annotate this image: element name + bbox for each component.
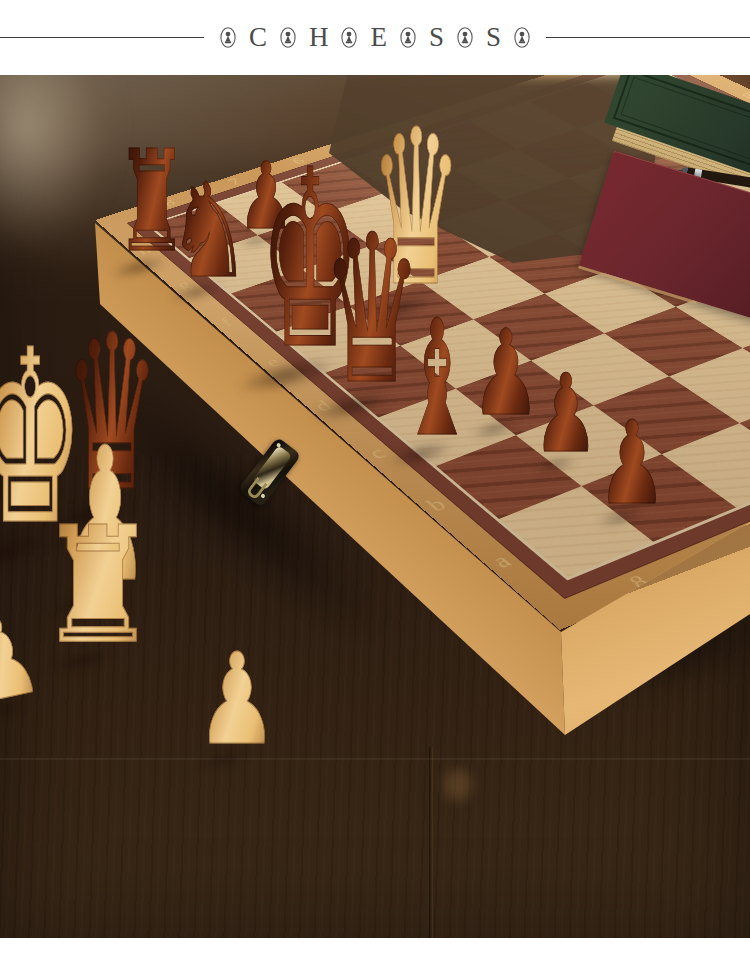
white-pawn-table: ♟: [196, 637, 278, 763]
rank-label: 8: [624, 572, 655, 593]
rank-label: 8: [160, 197, 178, 208]
white-pawn-fallen: ♟: [0, 598, 48, 720]
file-label: f: [216, 315, 235, 328]
pawn-in-oval-icon: [220, 27, 236, 48]
white-rook-offboard: ♜: [37, 506, 159, 666]
title-letter: S: [486, 24, 501, 51]
rank-label: 4: [412, 116, 431, 125]
header-rule-left: [0, 37, 204, 38]
file-label: h: [133, 244, 154, 257]
white-rook-offboard-shadow: [31, 638, 133, 685]
rank-label: 6: [289, 156, 308, 166]
pawn-in-oval-icon: [280, 27, 296, 48]
white-king-offboard-shadow: [0, 515, 83, 586]
rank-label: 2: [530, 78, 550, 87]
file-label: d: [309, 397, 335, 414]
pawn-in-oval-icon: [514, 27, 530, 48]
product-photo: hhggffeeddccbbaa8877665544332211 ♟♜♞♛♚♛♟…: [0, 75, 750, 938]
pawn-in-oval-icon: [341, 27, 357, 48]
pawn-in-oval-icon: [457, 27, 473, 48]
file-label: c: [363, 444, 389, 462]
title-letter: E: [370, 24, 387, 51]
table-plank-edge: [0, 758, 750, 760]
table-wood-knot: [444, 769, 472, 801]
background-blur-left: [0, 75, 135, 288]
rank-label: 7: [225, 176, 244, 186]
rank-label: 3: [472, 97, 492, 106]
pawn-in-oval-icon: [400, 27, 416, 48]
white-pawn-offboard-shadow: [27, 575, 145, 630]
header-rule-right: [546, 37, 750, 38]
title-letter: H: [309, 24, 329, 51]
page: { "header": { "letters": ["C", "H", "E",…: [0, 0, 750, 957]
title-letter: C: [249, 24, 267, 51]
chess-title: CHESS: [220, 24, 530, 51]
header-banner: CHESS: [0, 0, 750, 75]
rank-label: 7: [709, 536, 740, 556]
file-label: g: [172, 278, 194, 292]
table-plank-seam: [429, 747, 433, 938]
file-label: e: [261, 354, 284, 369]
title-letter: S: [429, 24, 444, 51]
rank-label: 5: [351, 136, 370, 146]
white-pawn-fallen-shadow: [0, 693, 38, 726]
